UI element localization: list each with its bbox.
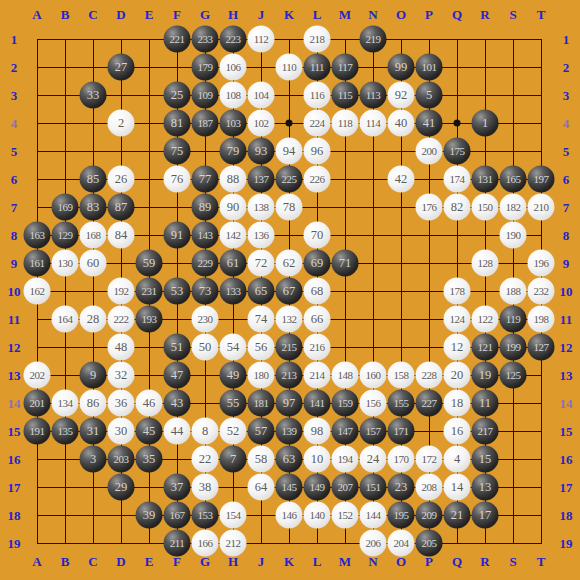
- row-label-right: 16: [560, 453, 573, 466]
- black-stone-7[interactable]: 7: [220, 446, 247, 473]
- black-stone-181[interactable]: 181: [248, 390, 275, 417]
- white-stone-152[interactable]: 152: [332, 502, 359, 529]
- column-label-bottom: A: [32, 555, 41, 568]
- column-label-top: R: [480, 8, 489, 21]
- row-label-left: 4: [11, 117, 18, 130]
- white-stone-44[interactable]: 44: [164, 418, 191, 445]
- black-stone-153[interactable]: 153: [192, 502, 219, 529]
- row-label-left: 2: [11, 61, 18, 74]
- white-stone-206[interactable]: 206: [360, 530, 387, 557]
- white-stone-66[interactable]: 66: [304, 306, 331, 333]
- white-stone-170[interactable]: 170: [388, 446, 415, 473]
- column-label-top: K: [284, 8, 294, 21]
- white-stone-166[interactable]: 166: [192, 530, 219, 557]
- white-stone-136[interactable]: 136: [248, 222, 275, 249]
- column-label-bottom: E: [145, 555, 154, 568]
- black-stone-135[interactable]: 135: [52, 418, 79, 445]
- column-label-bottom: J: [258, 555, 265, 568]
- row-label-right: 18: [560, 509, 573, 522]
- white-stone-118[interactable]: 118: [332, 110, 359, 137]
- column-label-top: H: [228, 8, 238, 21]
- column-label-top: Q: [452, 8, 462, 21]
- row-label-right: 9: [563, 257, 570, 270]
- white-stone-156[interactable]: 156: [360, 390, 387, 417]
- black-stone-175[interactable]: 175: [444, 138, 471, 165]
- black-stone-41[interactable]: 41: [416, 110, 443, 137]
- column-label-bottom: D: [116, 555, 125, 568]
- white-stone-132[interactable]: 132: [276, 306, 303, 333]
- white-stone-172[interactable]: 172: [416, 446, 443, 473]
- black-stone-157[interactable]: 157: [360, 418, 387, 445]
- white-stone-148[interactable]: 148: [332, 362, 359, 389]
- black-stone-149[interactable]: 149: [304, 474, 331, 501]
- white-stone-190[interactable]: 190: [500, 222, 527, 249]
- column-label-top: J: [258, 8, 265, 21]
- row-label-right: 1: [563, 33, 570, 46]
- white-stone-36[interactable]: 36: [108, 390, 135, 417]
- white-stone-222[interactable]: 222: [108, 306, 135, 333]
- row-label-left: 6: [11, 173, 18, 186]
- column-label-top: M: [339, 8, 351, 21]
- white-stone-176[interactable]: 176: [416, 194, 443, 221]
- white-stone-228[interactable]: 228: [416, 362, 443, 389]
- black-stone-205[interactable]: 205: [416, 530, 443, 557]
- column-label-top: P: [425, 8, 433, 21]
- white-stone-168[interactable]: 168: [80, 222, 107, 249]
- white-stone-64[interactable]: 64: [248, 474, 275, 501]
- white-stone-114[interactable]: 114: [360, 110, 387, 137]
- row-label-left: 19: [8, 537, 21, 550]
- black-stone-43[interactable]: 43: [164, 390, 191, 417]
- white-stone-38[interactable]: 38: [192, 474, 219, 501]
- column-label-bottom: Q: [452, 555, 462, 568]
- column-label-top: T: [537, 8, 546, 21]
- black-stone-33[interactable]: 33: [80, 82, 107, 109]
- column-label-top: O: [396, 8, 406, 21]
- black-stone-91[interactable]: 91: [164, 222, 191, 249]
- star-point: [454, 120, 461, 127]
- row-label-right: 19: [560, 537, 573, 550]
- white-stone-202[interactable]: 202: [24, 362, 51, 389]
- white-stone-28[interactable]: 28: [80, 306, 107, 333]
- black-stone-209[interactable]: 209: [416, 502, 443, 529]
- black-stone-145[interactable]: 145: [276, 474, 303, 501]
- black-stone-9[interactable]: 9: [80, 362, 107, 389]
- white-stone-48[interactable]: 48: [108, 334, 135, 361]
- black-stone-19[interactable]: 19: [472, 362, 499, 389]
- black-stone-89[interactable]: 89: [192, 194, 219, 221]
- white-stone-150[interactable]: 150: [472, 194, 499, 221]
- black-stone-87[interactable]: 87: [108, 194, 135, 221]
- white-stone-130[interactable]: 130: [52, 250, 79, 277]
- white-stone-178[interactable]: 178: [444, 278, 471, 305]
- white-stone-16[interactable]: 16: [444, 418, 471, 445]
- black-stone-53[interactable]: 53: [164, 278, 191, 305]
- white-stone-60[interactable]: 60: [80, 250, 107, 277]
- black-stone-203[interactable]: 203: [108, 446, 135, 473]
- white-stone-134[interactable]: 134: [52, 390, 79, 417]
- black-stone-169[interactable]: 169: [52, 194, 79, 221]
- column-label-top: A: [32, 8, 41, 21]
- white-stone-40[interactable]: 40: [388, 110, 415, 137]
- white-stone-112[interactable]: 112: [248, 26, 275, 53]
- white-stone-160[interactable]: 160: [360, 362, 387, 389]
- row-label-left: 13: [8, 369, 21, 382]
- row-label-left: 8: [11, 229, 18, 242]
- row-label-left: 1: [11, 33, 18, 46]
- row-label-left: 17: [8, 481, 21, 494]
- white-stone-18[interactable]: 18: [444, 390, 471, 417]
- black-stone-171[interactable]: 171: [388, 418, 415, 445]
- black-stone-81[interactable]: 81: [164, 110, 191, 137]
- black-stone-111[interactable]: 111: [304, 54, 331, 81]
- black-stone-45[interactable]: 45: [136, 418, 163, 445]
- black-stone-55[interactable]: 55: [220, 390, 247, 417]
- black-stone-51[interactable]: 51: [164, 334, 191, 361]
- black-stone-67[interactable]: 67: [276, 278, 303, 305]
- row-label-right: 4: [563, 117, 570, 130]
- black-stone-101[interactable]: 101: [416, 54, 443, 81]
- white-stone-46[interactable]: 46: [136, 390, 163, 417]
- black-stone-131[interactable]: 131: [472, 166, 499, 193]
- black-stone-23[interactable]: 23: [388, 474, 415, 501]
- black-stone-231[interactable]: 231: [136, 278, 163, 305]
- white-stone-128[interactable]: 128: [472, 250, 499, 277]
- black-stone-29[interactable]: 29: [108, 474, 135, 501]
- column-label-top: E: [145, 8, 154, 21]
- white-stone-210[interactable]: 210: [528, 194, 555, 221]
- white-stone-106[interactable]: 106: [220, 54, 247, 81]
- black-stone-3[interactable]: 3: [80, 446, 107, 473]
- row-label-left: 16: [8, 453, 21, 466]
- black-stone-73[interactable]: 73: [192, 278, 219, 305]
- black-stone-211[interactable]: 211: [164, 530, 191, 557]
- white-stone-224[interactable]: 224: [304, 110, 331, 137]
- column-label-bottom: C: [88, 555, 97, 568]
- white-stone-30[interactable]: 30: [108, 418, 135, 445]
- row-label-left: 11: [8, 313, 20, 326]
- black-stone-79[interactable]: 79: [220, 138, 247, 165]
- black-stone-17[interactable]: 17: [472, 502, 499, 529]
- white-stone-200[interactable]: 200: [416, 138, 443, 165]
- black-stone-223[interactable]: 223: [220, 26, 247, 53]
- black-stone-141[interactable]: 141: [304, 390, 331, 417]
- black-stone-31[interactable]: 31: [80, 418, 107, 445]
- black-stone-61[interactable]: 61: [220, 250, 247, 277]
- black-stone-39[interactable]: 39: [136, 502, 163, 529]
- black-stone-117[interactable]: 117: [332, 54, 359, 81]
- white-stone-142[interactable]: 142: [220, 222, 247, 249]
- row-label-right: 5: [563, 145, 570, 158]
- white-stone-216[interactable]: 216: [304, 334, 331, 361]
- white-stone-196[interactable]: 196: [528, 250, 555, 277]
- white-stone-42[interactable]: 42: [388, 166, 415, 193]
- white-stone-208[interactable]: 208: [416, 474, 443, 501]
- column-label-top: B: [61, 8, 70, 21]
- black-stone-151[interactable]: 151: [360, 474, 387, 501]
- white-stone-86[interactable]: 86: [80, 390, 107, 417]
- black-stone-5[interactable]: 5: [416, 82, 443, 109]
- white-stone-12[interactable]: 12: [444, 334, 471, 361]
- black-stone-59[interactable]: 59: [136, 250, 163, 277]
- black-stone-37[interactable]: 37: [164, 474, 191, 501]
- white-stone-214[interactable]: 214: [304, 362, 331, 389]
- black-stone-195[interactable]: 195: [388, 502, 415, 529]
- white-stone-8[interactable]: 8: [192, 418, 219, 445]
- black-stone-217[interactable]: 217: [472, 418, 499, 445]
- row-label-right: 17: [560, 481, 573, 494]
- row-label-right: 11: [560, 313, 572, 326]
- black-stone-69[interactable]: 69: [304, 250, 331, 277]
- white-stone-2[interactable]: 2: [108, 110, 135, 137]
- white-stone-108[interactable]: 108: [220, 82, 247, 109]
- white-stone-164[interactable]: 164: [52, 306, 79, 333]
- row-label-right: 2: [563, 61, 570, 74]
- row-label-left: 14: [8, 397, 21, 410]
- black-stone-93[interactable]: 93: [248, 138, 275, 165]
- white-stone-102[interactable]: 102: [248, 110, 275, 137]
- row-label-right: 7: [563, 201, 570, 214]
- row-label-right: 13: [560, 369, 573, 382]
- row-label-right: 8: [563, 229, 570, 242]
- row-label-right: 6: [563, 173, 570, 186]
- white-stone-78[interactable]: 78: [276, 194, 303, 221]
- column-label-top: S: [509, 8, 516, 21]
- row-label-left: 3: [11, 89, 18, 102]
- white-stone-144[interactable]: 144: [360, 502, 387, 529]
- black-stone-219[interactable]: 219: [360, 26, 387, 53]
- white-stone-72[interactable]: 72: [248, 250, 275, 277]
- white-stone-204[interactable]: 204: [388, 530, 415, 557]
- white-stone-226[interactable]: 226: [304, 166, 331, 193]
- white-stone-194[interactable]: 194: [332, 446, 359, 473]
- white-stone-158[interactable]: 158: [388, 362, 415, 389]
- black-stone-71[interactable]: 71: [332, 250, 359, 277]
- white-stone-76[interactable]: 76: [164, 166, 191, 193]
- row-label-right: 10: [560, 285, 573, 298]
- white-stone-198[interactable]: 198: [528, 306, 555, 333]
- black-stone-139[interactable]: 139: [276, 418, 303, 445]
- column-label-bottom: S: [509, 555, 516, 568]
- white-stone-84[interactable]: 84: [108, 222, 135, 249]
- white-stone-26[interactable]: 26: [108, 166, 135, 193]
- white-stone-182[interactable]: 182: [500, 194, 527, 221]
- white-stone-68[interactable]: 68: [304, 278, 331, 305]
- black-stone-99[interactable]: 99: [388, 54, 415, 81]
- row-label-left: 5: [11, 145, 18, 158]
- black-stone-25[interactable]: 25: [164, 82, 191, 109]
- black-stone-125[interactable]: 125: [500, 362, 527, 389]
- column-label-bottom: K: [284, 555, 294, 568]
- black-stone-127[interactable]: 127: [528, 334, 555, 361]
- black-stone-27[interactable]: 27: [108, 54, 135, 81]
- black-stone-227[interactable]: 227: [416, 390, 443, 417]
- white-stone-4[interactable]: 4: [444, 446, 471, 473]
- black-stone-97[interactable]: 97: [276, 390, 303, 417]
- white-stone-24[interactable]: 24: [360, 446, 387, 473]
- column-label-top: F: [173, 8, 181, 21]
- black-stone-225[interactable]: 225: [276, 166, 303, 193]
- row-label-right: 15: [560, 425, 573, 438]
- black-stone-15[interactable]: 15: [472, 446, 499, 473]
- white-stone-162[interactable]: 162: [24, 278, 51, 305]
- column-label-bottom: T: [537, 555, 546, 568]
- black-stone-229[interactable]: 229: [192, 250, 219, 277]
- column-label-bottom: M: [339, 555, 351, 568]
- black-stone-11[interactable]: 11: [472, 390, 499, 417]
- black-stone-221[interactable]: 221: [164, 26, 191, 53]
- white-stone-230[interactable]: 230: [192, 306, 219, 333]
- column-label-top: D: [116, 8, 125, 21]
- black-stone-233[interactable]: 233: [192, 26, 219, 53]
- white-stone-146[interactable]: 146: [276, 502, 303, 529]
- black-stone-65[interactable]: 65: [248, 278, 275, 305]
- white-stone-54[interactable]: 54: [220, 334, 247, 361]
- black-stone-215[interactable]: 215: [276, 334, 303, 361]
- black-stone-109[interactable]: 109: [192, 82, 219, 109]
- black-stone-103[interactable]: 103: [220, 110, 247, 137]
- white-stone-138[interactable]: 138: [248, 194, 275, 221]
- white-stone-82[interactable]: 82: [444, 194, 471, 221]
- column-label-top: L: [313, 8, 322, 21]
- row-label-left: 10: [8, 285, 21, 298]
- black-stone-155[interactable]: 155: [388, 390, 415, 417]
- black-stone-197[interactable]: 197: [528, 166, 555, 193]
- black-stone-191[interactable]: 191: [24, 418, 51, 445]
- white-stone-98[interactable]: 98: [304, 418, 331, 445]
- black-stone-113[interactable]: 113: [360, 82, 387, 109]
- row-label-right: 12: [560, 341, 573, 354]
- black-stone-213[interactable]: 213: [276, 362, 303, 389]
- white-stone-218[interactable]: 218: [304, 26, 331, 53]
- black-stone-121[interactable]: 121: [472, 334, 499, 361]
- white-stone-74[interactable]: 74: [248, 306, 275, 333]
- black-stone-179[interactable]: 179: [192, 54, 219, 81]
- black-stone-57[interactable]: 57: [248, 418, 275, 445]
- white-stone-88[interactable]: 88: [220, 166, 247, 193]
- black-stone-133[interactable]: 133: [220, 278, 247, 305]
- row-label-left: 9: [11, 257, 18, 270]
- black-stone-201[interactable]: 201: [24, 390, 51, 417]
- white-stone-52[interactable]: 52: [220, 418, 247, 445]
- black-stone-119[interactable]: 119: [500, 306, 527, 333]
- white-stone-22[interactable]: 22: [192, 446, 219, 473]
- white-stone-232[interactable]: 232: [528, 278, 555, 305]
- white-stone-192[interactable]: 192: [108, 278, 135, 305]
- column-label-top: G: [200, 8, 210, 21]
- black-stone-199[interactable]: 199: [500, 334, 527, 361]
- white-stone-110[interactable]: 110: [276, 54, 303, 81]
- black-stone-165[interactable]: 165: [500, 166, 527, 193]
- black-stone-161[interactable]: 161: [24, 250, 51, 277]
- black-stone-187[interactable]: 187: [192, 110, 219, 137]
- black-stone-143[interactable]: 143: [192, 222, 219, 249]
- white-stone-58[interactable]: 58: [248, 446, 275, 473]
- row-label-right: 14: [560, 397, 573, 410]
- black-stone-163[interactable]: 163: [24, 222, 51, 249]
- black-stone-147[interactable]: 147: [332, 418, 359, 445]
- white-stone-92[interactable]: 92: [388, 82, 415, 109]
- column-label-top: N: [368, 8, 377, 21]
- white-stone-50[interactable]: 50: [192, 334, 219, 361]
- white-stone-70[interactable]: 70: [304, 222, 331, 249]
- white-stone-124[interactable]: 124: [444, 306, 471, 333]
- black-stone-115[interactable]: 115: [332, 82, 359, 109]
- column-label-bottom: L: [313, 555, 322, 568]
- white-stone-96[interactable]: 96: [304, 138, 331, 165]
- white-stone-140[interactable]: 140: [304, 502, 331, 529]
- black-stone-129[interactable]: 129: [52, 222, 79, 249]
- row-label-left: 7: [11, 201, 18, 214]
- black-stone-75[interactable]: 75: [164, 138, 191, 165]
- white-stone-14[interactable]: 14: [444, 474, 471, 501]
- white-stone-116[interactable]: 116: [304, 82, 331, 109]
- black-stone-137[interactable]: 137: [248, 166, 275, 193]
- black-stone-167[interactable]: 167: [164, 502, 191, 529]
- black-stone-13[interactable]: 13: [472, 474, 499, 501]
- column-label-top: C: [88, 8, 97, 21]
- white-stone-20[interactable]: 20: [444, 362, 471, 389]
- white-stone-188[interactable]: 188: [500, 278, 527, 305]
- black-stone-83[interactable]: 83: [80, 194, 107, 221]
- go-board: AABBCCDDEEFFGGHHJJKKLLMMNNOOPPQQRRSSTT11…: [0, 0, 580, 580]
- black-stone-85[interactable]: 85: [80, 166, 107, 193]
- column-label-bottom: R: [480, 555, 489, 568]
- row-label-left: 18: [8, 509, 21, 522]
- row-label-left: 15: [8, 425, 21, 438]
- black-stone-193[interactable]: 193: [136, 306, 163, 333]
- star-point: [286, 120, 293, 127]
- black-stone-1[interactable]: 1: [472, 110, 499, 137]
- black-stone-63[interactable]: 63: [276, 446, 303, 473]
- black-stone-35[interactable]: 35: [136, 446, 163, 473]
- black-stone-47[interactable]: 47: [164, 362, 191, 389]
- black-stone-77[interactable]: 77: [192, 166, 219, 193]
- black-stone-49[interactable]: 49: [220, 362, 247, 389]
- white-stone-94[interactable]: 94: [276, 138, 303, 165]
- black-stone-159[interactable]: 159: [332, 390, 359, 417]
- white-stone-10[interactable]: 10: [304, 446, 331, 473]
- row-label-right: 3: [563, 89, 570, 102]
- white-stone-56[interactable]: 56: [248, 334, 275, 361]
- row-label-left: 12: [8, 341, 21, 354]
- white-stone-180[interactable]: 180: [248, 362, 275, 389]
- white-stone-174[interactable]: 174: [444, 166, 471, 193]
- white-stone-154[interactable]: 154: [220, 502, 247, 529]
- white-stone-122[interactable]: 122: [472, 306, 499, 333]
- white-stone-32[interactable]: 32: [108, 362, 135, 389]
- black-stone-207[interactable]: 207: [332, 474, 359, 501]
- white-stone-212[interactable]: 212: [220, 530, 247, 557]
- white-stone-62[interactable]: 62: [276, 250, 303, 277]
- white-stone-90[interactable]: 90: [220, 194, 247, 221]
- black-stone-21[interactable]: 21: [444, 502, 471, 529]
- column-label-bottom: B: [61, 555, 70, 568]
- white-stone-104[interactable]: 104: [248, 82, 275, 109]
